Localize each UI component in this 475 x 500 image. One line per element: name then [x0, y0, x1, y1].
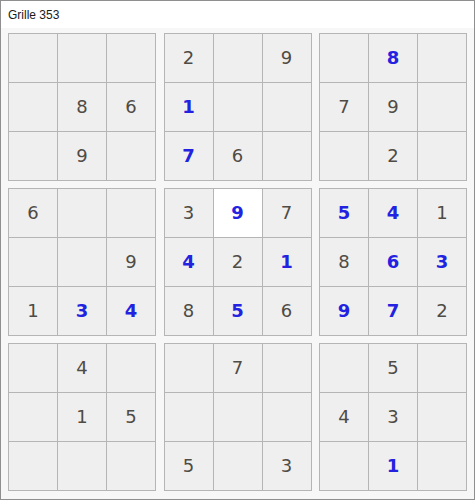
cell-r3c6[interactable]	[263, 132, 311, 180]
sudoku-box-9: 5431	[319, 343, 467, 491]
cell-r5c4[interactable]: 4	[165, 238, 213, 286]
cell-r1c5[interactable]	[214, 34, 262, 82]
cell-r4c4[interactable]: 3	[165, 189, 213, 237]
cell-r7c4[interactable]	[165, 344, 213, 392]
cell-r7c7[interactable]	[320, 344, 368, 392]
cell-r3c9[interactable]	[418, 132, 466, 180]
cell-r6c6[interactable]: 6	[263, 287, 311, 335]
window-titlebar: Grille 353	[1, 1, 474, 28]
cell-r5c1[interactable]	[9, 238, 57, 286]
cell-r5c6[interactable]: 1	[263, 238, 311, 286]
cell-r8c8[interactable]: 3	[369, 393, 417, 441]
cell-r5c3[interactable]: 9	[107, 238, 155, 286]
cell-r9c2[interactable]	[58, 442, 106, 490]
cell-r3c5[interactable]: 6	[214, 132, 262, 180]
window-title: Grille 353	[8, 8, 59, 22]
cell-r8c4[interactable]	[165, 393, 213, 441]
cell-r7c2[interactable]: 4	[58, 344, 106, 392]
cell-r9c3[interactable]	[107, 442, 155, 490]
cell-r4c6[interactable]: 7	[263, 189, 311, 237]
cell-r2c4[interactable]: 1	[165, 83, 213, 131]
sudoku-box-2: 29176	[164, 33, 312, 181]
cell-r9c5[interactable]	[214, 442, 262, 490]
cell-r1c6[interactable]: 9	[263, 34, 311, 82]
cell-r2c8[interactable]: 9	[369, 83, 417, 131]
cell-r2c7[interactable]: 7	[320, 83, 368, 131]
cell-r7c1[interactable]	[9, 344, 57, 392]
cell-r9c6[interactable]: 3	[263, 442, 311, 490]
cell-r4c8[interactable]: 4	[369, 189, 417, 237]
sudoku-box-3: 8792	[319, 33, 467, 181]
cell-r9c8[interactable]: 1	[369, 442, 417, 490]
cell-r4c7[interactable]: 5	[320, 189, 368, 237]
sudoku-box-4: 69134	[8, 188, 156, 336]
sudoku-box-7: 415	[8, 343, 156, 491]
cell-r5c9[interactable]: 3	[418, 238, 466, 286]
cell-r8c5[interactable]	[214, 393, 262, 441]
cell-r8c7[interactable]: 4	[320, 393, 368, 441]
cell-r4c5[interactable]: 9	[214, 189, 262, 237]
cell-r3c1[interactable]	[9, 132, 57, 180]
cell-r5c7[interactable]: 8	[320, 238, 368, 286]
sudoku-box-1: 869	[8, 33, 156, 181]
cell-r9c4[interactable]: 5	[165, 442, 213, 490]
cell-r9c1[interactable]	[9, 442, 57, 490]
cell-r3c2[interactable]: 9	[58, 132, 106, 180]
cell-r6c1[interactable]: 1	[9, 287, 57, 335]
cell-r5c8[interactable]: 6	[369, 238, 417, 286]
cell-r4c2[interactable]	[58, 189, 106, 237]
cell-r6c7[interactable]: 9	[320, 287, 368, 335]
cell-r1c1[interactable]	[9, 34, 57, 82]
cell-r3c7[interactable]	[320, 132, 368, 180]
sudoku-window: Grille 353 86929176879269134397421856541…	[0, 0, 475, 500]
cell-r6c2[interactable]: 3	[58, 287, 106, 335]
cell-r8c6[interactable]	[263, 393, 311, 441]
cell-r2c5[interactable]	[214, 83, 262, 131]
cell-r2c3[interactable]: 6	[107, 83, 155, 131]
cell-r6c8[interactable]: 7	[369, 287, 417, 335]
cell-r1c8[interactable]: 8	[369, 34, 417, 82]
sudoku-board: 8692917687926913439742185654186397241575…	[1, 28, 474, 499]
cell-r8c1[interactable]	[9, 393, 57, 441]
cell-r1c9[interactable]	[418, 34, 466, 82]
cell-r6c4[interactable]: 8	[165, 287, 213, 335]
cell-r8c2[interactable]: 1	[58, 393, 106, 441]
cell-r5c5[interactable]: 2	[214, 238, 262, 286]
sudoku-box-5: 397421856	[164, 188, 312, 336]
cell-r8c3[interactable]: 5	[107, 393, 155, 441]
cell-r2c2[interactable]: 8	[58, 83, 106, 131]
cell-r9c7[interactable]	[320, 442, 368, 490]
cell-r7c8[interactable]: 5	[369, 344, 417, 392]
cell-r7c6[interactable]	[263, 344, 311, 392]
cell-r7c9[interactable]	[418, 344, 466, 392]
cell-r6c9[interactable]: 2	[418, 287, 466, 335]
cell-r3c8[interactable]: 2	[369, 132, 417, 180]
sudoku-box-6: 541863972	[319, 188, 467, 336]
cell-r6c3[interactable]: 4	[107, 287, 155, 335]
cell-r7c3[interactable]	[107, 344, 155, 392]
cell-r2c6[interactable]	[263, 83, 311, 131]
cell-r3c4[interactable]: 7	[165, 132, 213, 180]
cell-r4c9[interactable]: 1	[418, 189, 466, 237]
cell-r5c2[interactable]	[58, 238, 106, 286]
cell-r4c1[interactable]: 6	[9, 189, 57, 237]
cell-r3c3[interactable]	[107, 132, 155, 180]
cell-r1c7[interactable]	[320, 34, 368, 82]
cell-r2c9[interactable]	[418, 83, 466, 131]
cell-r7c5[interactable]: 7	[214, 344, 262, 392]
cell-r1c2[interactable]	[58, 34, 106, 82]
cell-r8c9[interactable]	[418, 393, 466, 441]
cell-r4c3[interactable]	[107, 189, 155, 237]
cell-r9c9[interactable]	[418, 442, 466, 490]
cell-r1c3[interactable]	[107, 34, 155, 82]
cell-r2c1[interactable]	[9, 83, 57, 131]
cell-r6c5[interactable]: 5	[214, 287, 262, 335]
cell-r1c4[interactable]: 2	[165, 34, 213, 82]
sudoku-box-8: 753	[164, 343, 312, 491]
